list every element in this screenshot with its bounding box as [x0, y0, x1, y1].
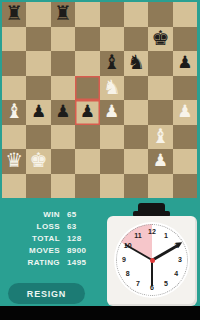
- black-rook[interactable]: ♜: [54, 3, 72, 23]
- stat-value: 65: [67, 210, 77, 219]
- white-pawn[interactable]: ♟: [153, 152, 168, 169]
- stat-value: 128: [67, 234, 82, 243]
- board-square-b4[interactable]: ♟: [26, 100, 50, 125]
- clock-number-3: 3: [176, 256, 184, 263]
- resign-button[interactable]: RESIGN: [8, 283, 85, 304]
- board-square-h5[interactable]: [173, 76, 197, 101]
- black-rook[interactable]: ♜: [5, 3, 23, 23]
- black-king[interactable]: ♚: [151, 28, 169, 48]
- stat-value: 1495: [67, 258, 86, 267]
- board-square-g1[interactable]: [148, 174, 172, 199]
- board-square-f3[interactable]: [124, 125, 148, 150]
- board-square-h1[interactable]: [173, 174, 197, 199]
- board-square-f6[interactable]: ♞: [124, 51, 148, 76]
- board-square-e3[interactable]: [100, 125, 124, 150]
- board-square-d2[interactable]: [75, 149, 99, 174]
- board-square-g6[interactable]: [148, 51, 172, 76]
- board-square-b8[interactable]: [26, 2, 50, 27]
- board-square-c2[interactable]: [51, 149, 75, 174]
- board-square-g2[interactable]: ♟: [148, 149, 172, 174]
- clock-face: 121234567891011: [114, 222, 190, 298]
- board-square-g8[interactable]: [148, 2, 172, 27]
- stats-panel: WIN65LOSS63TOTAL128MOVES8900RATING1495: [0, 210, 104, 270]
- board-square-b2[interactable]: ♚: [26, 149, 50, 174]
- board-square-e4[interactable]: ♟: [100, 100, 124, 125]
- board-square-f8[interactable]: [124, 2, 148, 27]
- board-square-b6[interactable]: [26, 51, 50, 76]
- board-square-g4[interactable]: [148, 100, 172, 125]
- board-square-d1[interactable]: [75, 174, 99, 199]
- white-king[interactable]: ♚: [30, 150, 48, 170]
- clock-number-8: 8: [124, 270, 132, 277]
- board-square-h3[interactable]: [173, 125, 197, 150]
- clock-number-12: 12: [148, 228, 156, 235]
- board-square-d5[interactable]: [75, 76, 99, 101]
- board-square-c3[interactable]: [51, 125, 75, 150]
- white-queen[interactable]: ♛: [5, 150, 23, 170]
- black-pawn[interactable]: ♟: [55, 103, 70, 120]
- stat-row-loss: LOSS63: [0, 222, 104, 234]
- board-square-c6[interactable]: [51, 51, 75, 76]
- chess-board[interactable]: ♜♜♚♝♞♟♞♝♟♟♟♟♟♝♛♚♟: [2, 2, 197, 198]
- stat-row-moves: MOVES8900: [0, 246, 104, 258]
- black-bishop[interactable]: ♝: [103, 52, 121, 72]
- board-square-f4[interactable]: [124, 100, 148, 125]
- board-square-h4[interactable]: ♟: [173, 100, 197, 125]
- board-square-d6[interactable]: [75, 51, 99, 76]
- board-square-d4[interactable]: ♟: [75, 100, 99, 125]
- board-square-h7[interactable]: [173, 27, 197, 52]
- board-square-f5[interactable]: [124, 76, 148, 101]
- board-square-a1[interactable]: [2, 174, 26, 199]
- clock-number-5: 5: [162, 280, 170, 287]
- black-pawn[interactable]: ♟: [177, 54, 192, 71]
- chess-app-screen: ♜♜♚♝♞♟♞♝♟♟♟♟♟♝♛♚♟ WIN65LOSS63TOTAL128MOV…: [0, 0, 200, 320]
- clock-number-6: 6: [148, 284, 156, 291]
- board-square-c8[interactable]: ♜: [51, 2, 75, 27]
- board-square-c1[interactable]: [51, 174, 75, 199]
- chess-clock: 121234567891011: [107, 216, 197, 306]
- white-knight[interactable]: ♞: [103, 77, 121, 97]
- board-square-h2[interactable]: [173, 149, 197, 174]
- board-square-d7[interactable]: [75, 27, 99, 52]
- board-square-e7[interactable]: [100, 27, 124, 52]
- board-square-a7[interactable]: [2, 27, 26, 52]
- board-square-b7[interactable]: [26, 27, 50, 52]
- black-pawn[interactable]: ♟: [80, 103, 95, 120]
- clock-center-pin: [150, 258, 155, 263]
- board-square-a2[interactable]: ♛: [2, 149, 26, 174]
- board-square-d3[interactable]: [75, 125, 99, 150]
- stat-label: TOTAL: [0, 234, 60, 243]
- board-square-f7[interactable]: [124, 27, 148, 52]
- board-square-e8[interactable]: [100, 2, 124, 27]
- white-bishop[interactable]: ♝: [151, 126, 169, 146]
- black-knight[interactable]: ♞: [127, 52, 145, 72]
- white-pawn[interactable]: ♟: [177, 103, 192, 120]
- stat-label: MOVES: [0, 246, 60, 255]
- stat-row-rating: RATING1495: [0, 258, 104, 270]
- board-square-f1[interactable]: [124, 174, 148, 199]
- clock-number-7: 7: [134, 280, 142, 287]
- board-square-a5[interactable]: [2, 76, 26, 101]
- board-square-g7[interactable]: ♚: [148, 27, 172, 52]
- board-square-f2[interactable]: [124, 149, 148, 174]
- board-square-e2[interactable]: [100, 149, 124, 174]
- stat-value: 8900: [67, 246, 86, 255]
- clock-number-1: 1: [162, 232, 170, 239]
- clock-number-10: 10: [124, 242, 132, 249]
- stat-label: LOSS: [0, 222, 60, 231]
- board-square-b1[interactable]: [26, 174, 50, 199]
- board-square-g5[interactable]: [148, 76, 172, 101]
- board-square-a8[interactable]: ♜: [2, 2, 26, 27]
- board-square-a4[interactable]: ♝: [2, 100, 26, 125]
- clock-number-2: 2: [172, 242, 180, 249]
- board-square-e6[interactable]: ♝: [100, 51, 124, 76]
- board-square-a6[interactable]: [2, 51, 26, 76]
- stat-label: RATING: [0, 258, 60, 267]
- white-bishop[interactable]: ♝: [5, 101, 23, 121]
- bottom-bar: [0, 306, 200, 320]
- board-square-b3[interactable]: [26, 125, 50, 150]
- clock-number-4: 4: [172, 270, 180, 277]
- board-square-a3[interactable]: [2, 125, 26, 150]
- board-square-e1[interactable]: [100, 174, 124, 199]
- second-hand: [151, 260, 153, 286]
- stat-row-win: WIN65: [0, 210, 104, 222]
- stat-label: WIN: [0, 210, 60, 219]
- board-square-d8[interactable]: [75, 2, 99, 27]
- board-square-g3[interactable]: ♝: [148, 125, 172, 150]
- board-square-c5[interactable]: [51, 76, 75, 101]
- stat-value: 63: [67, 222, 77, 231]
- clock-number-11: 11: [134, 232, 142, 239]
- white-pawn[interactable]: ♟: [104, 103, 119, 120]
- stat-row-total: TOTAL128: [0, 234, 104, 246]
- board-square-h6[interactable]: ♟: [173, 51, 197, 76]
- clock-number-9: 9: [120, 256, 128, 263]
- board-square-h8[interactable]: [173, 2, 197, 27]
- board-square-c4[interactable]: ♟: [51, 100, 75, 125]
- black-pawn[interactable]: ♟: [31, 103, 46, 120]
- board-square-e5[interactable]: ♞: [100, 76, 124, 101]
- board-square-c7[interactable]: [51, 27, 75, 52]
- board-square-b5[interactable]: [26, 76, 50, 101]
